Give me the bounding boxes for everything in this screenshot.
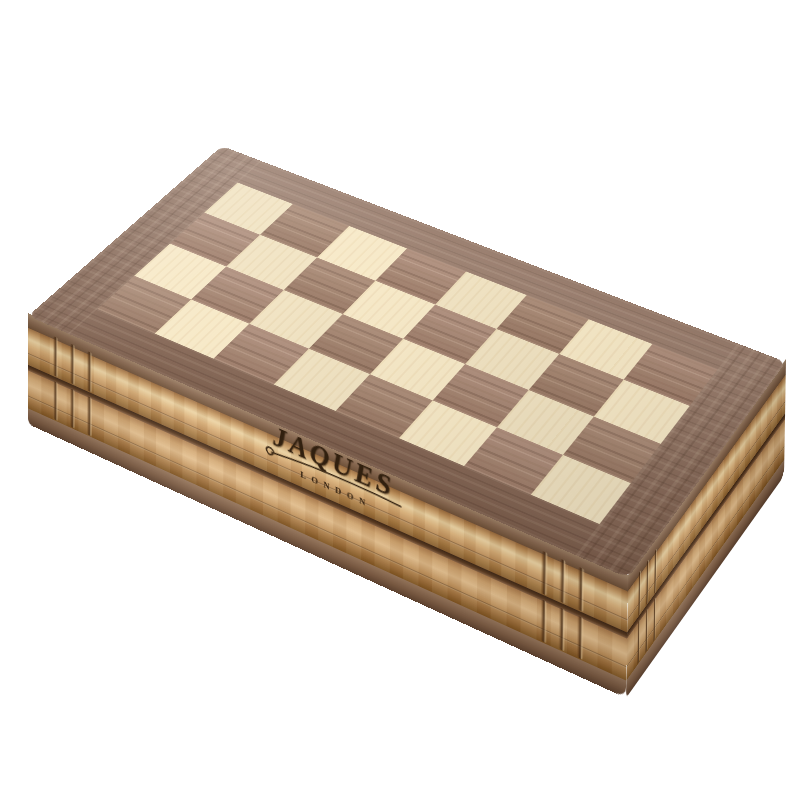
edge-groove (53, 381, 58, 421)
edge-groove (87, 396, 92, 436)
edge-groove (559, 559, 566, 604)
edge-groove (540, 599, 547, 643)
edge-groove (70, 388, 75, 428)
edge-groove (559, 607, 566, 651)
edge-groove (577, 616, 584, 660)
product-photo-scene: JAQUES LONDON (0, 0, 800, 800)
edge-groove (70, 344, 75, 385)
edge-groove (53, 336, 58, 377)
edge-groove (578, 567, 585, 613)
edge-groove (87, 351, 92, 393)
edge-groove (541, 551, 548, 596)
